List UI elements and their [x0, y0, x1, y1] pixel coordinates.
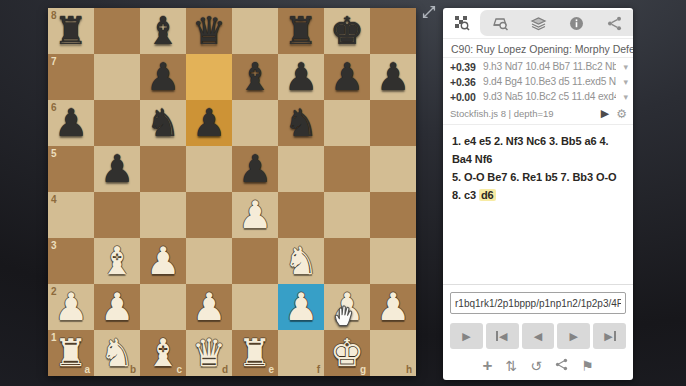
tab-share[interactable] — [595, 8, 633, 38]
white-knight[interactable]: ♞ — [94, 330, 140, 376]
square-e7[interactable]: ♝ — [232, 54, 278, 100]
file-label-h: h — [406, 364, 412, 375]
square-b7[interactable] — [94, 54, 140, 100]
eval-score: +0.36 — [450, 76, 483, 88]
square-g5[interactable] — [324, 146, 370, 192]
square-g7[interactable]: ♟ — [324, 54, 370, 100]
eval-moves: 9.d3 Na5 10.Bc2 c5 11.d4 exd4 12.c... — [483, 91, 616, 102]
panel-tab-bar — [443, 8, 633, 39]
black-bishop[interactable]: ♝ — [140, 8, 186, 54]
layers-icon — [530, 16, 547, 31]
square-h4[interactable] — [370, 192, 416, 238]
white-king[interactable]: ♚ — [324, 330, 370, 376]
rank-label-4: 4 — [51, 194, 57, 205]
rank-label-5: 5 — [51, 148, 57, 159]
square-e1[interactable]: e♜ — [232, 330, 278, 376]
white-pawn[interactable]: ♟ — [48, 284, 94, 330]
tab-game-library[interactable] — [519, 8, 557, 38]
square-d7[interactable] — [186, 54, 232, 100]
eval-moves: 9.h3 Nd7 10.d4 Bb7 11.Bc2 Nb6 12... — [483, 61, 616, 72]
black-bishop[interactable]: ♝ — [232, 54, 278, 100]
black-pawn[interactable]: ♟ — [232, 146, 278, 192]
square-d6[interactable]: ♟ — [186, 100, 232, 146]
analysis-panel: C90: Ruy Lopez Opening: Morphy Defens...… — [443, 8, 633, 380]
white-pawn[interactable]: ♟ — [370, 284, 416, 330]
white-knight[interactable]: ♞ — [278, 238, 324, 284]
square-a8[interactable]: 8♜ — [48, 8, 94, 54]
engine-line[interactable]: +0.39 9.h3 Nd7 10.d4 Bb7 11.Bc2 Nb6 12..… — [443, 59, 633, 74]
square-e6[interactable] — [232, 100, 278, 146]
previous-move-button[interactable]: ◀ — [522, 323, 555, 349]
rank-label-7: 7 — [51, 56, 57, 67]
current-move[interactable]: d6 — [479, 189, 496, 201]
chevron-down-icon[interactable]: ▾ — [616, 62, 628, 72]
square-d2[interactable]: ♟ — [186, 284, 232, 330]
white-pawn[interactable]: ♟ — [232, 192, 278, 238]
info-icon — [569, 16, 584, 31]
white-bishop[interactable]: ♝ — [94, 238, 140, 284]
white-bishop[interactable]: ♝ — [140, 330, 186, 376]
square-g6[interactable] — [324, 100, 370, 146]
eval-moves: 9.d4 Bg4 10.Be3 d5 11.exd5 Nxd5 1... — [483, 76, 616, 87]
square-d4[interactable] — [186, 192, 232, 238]
square-g3[interactable] — [324, 238, 370, 284]
square-b8[interactable] — [94, 8, 140, 54]
square-b6[interactable] — [94, 100, 140, 146]
lastmove-highlight — [186, 54, 232, 100]
engine-status-text: Stockfish.js 8 | depth=19 — [450, 108, 554, 119]
white-rook[interactable]: ♜ — [232, 330, 278, 376]
expand-board-icon[interactable] — [421, 4, 437, 20]
move-list[interactable]: 1. e4 e5 2. Nf3 Nc6 3. Bb5 a6 4. Ba4 Nf6… — [443, 125, 633, 284]
add-icon[interactable]: + — [483, 357, 493, 374]
square-h8[interactable] — [370, 8, 416, 54]
square-h1[interactable]: h — [370, 330, 416, 376]
square-h7[interactable]: ♟ — [370, 54, 416, 100]
tab-analysis-board[interactable] — [481, 8, 519, 38]
square-f6[interactable]: ♞ — [278, 100, 324, 146]
white-pawn[interactable]: ♟ — [94, 284, 140, 330]
square-b5[interactable]: ♟ — [94, 146, 140, 192]
rank-label-3: 3 — [51, 240, 57, 251]
square-d1[interactable]: d♛ — [186, 330, 232, 376]
square-f2[interactable]: ♟ — [278, 284, 324, 330]
square-e3[interactable] — [232, 238, 278, 284]
square-b1[interactable]: b♞ — [94, 330, 140, 376]
square-b4[interactable] — [94, 192, 140, 238]
square-f8[interactable]: ♜ — [278, 8, 324, 54]
black-knight[interactable]: ♞ — [140, 100, 186, 146]
engine-play-icon[interactable]: ▶ — [601, 107, 609, 120]
square-h5[interactable] — [370, 146, 416, 192]
square-c7[interactable]: ♟ — [140, 54, 186, 100]
engine-line[interactable]: +0.36 9.d4 Bg4 10.Be3 d5 11.exd5 Nxd5 1.… — [443, 74, 633, 89]
engine-status-bar: Stockfish.js 8 | depth=19 ▶ ⚙ — [443, 105, 633, 125]
black-queen[interactable]: ♛ — [186, 8, 232, 54]
black-pawn[interactable]: ♟ — [324, 54, 370, 100]
white-pawn[interactable]: ♟ — [140, 238, 186, 284]
share-icon[interactable] — [555, 358, 568, 373]
chess-board[interactable]: 8♜♝♛♜♚7♟♝♟♟♟6♟♞♟♞5♟♟4♟3♝♟♞2♟♟♟♟♟♟1a♜b♞c♝… — [48, 8, 416, 376]
square-a4[interactable]: 4 — [48, 192, 94, 238]
black-king[interactable]: ♚ — [324, 8, 370, 54]
square-c6[interactable]: ♞ — [140, 100, 186, 146]
engine-line[interactable]: +0.00 9.d3 Na5 10.Bc2 c5 11.d4 exd4 12.c… — [443, 89, 633, 104]
white-rook[interactable]: ♜ — [48, 330, 94, 376]
eval-score: +0.39 — [450, 61, 483, 73]
next-move-button[interactable]: ▶ — [557, 323, 590, 349]
last-move-button[interactable]: ▶ — [593, 323, 626, 349]
square-a2[interactable]: 2♟ — [48, 284, 94, 330]
black-pawn[interactable]: ♟ — [278, 54, 324, 100]
square-f5[interactable] — [278, 146, 324, 192]
board-search-icon — [492, 16, 509, 31]
black-pawn[interactable]: ♟ — [186, 100, 232, 146]
square-c8[interactable]: ♝ — [140, 8, 186, 54]
share-icon — [607, 16, 622, 31]
square-a3[interactable]: 3 — [48, 238, 94, 284]
navigation-buttons: ▶ ◀ ◀ ▶ ▶ — [450, 323, 626, 349]
panel-bottom-controls: ▶ ◀ ◀ ▶ ▶ + ⇅ ↺ ⚑ — [443, 284, 633, 380]
opening-name: C90: Ruy Lopez Opening: Morphy Defens... — [443, 39, 633, 58]
square-b2[interactable]: ♟ — [94, 284, 140, 330]
square-d8[interactable]: ♛ — [186, 8, 232, 54]
moves-line-2[interactable]: 5. O-O Be7 6. Re1 b5 7. Bb3 O-O 8. c3 — [452, 171, 616, 201]
square-b3[interactable]: ♝ — [94, 238, 140, 284]
eval-score: +0.00 — [450, 91, 483, 103]
undo-icon[interactable]: ↺ — [530, 359, 542, 373]
square-h6[interactable] — [370, 100, 416, 146]
square-c2[interactable] — [140, 284, 186, 330]
tab-info[interactable] — [557, 8, 595, 38]
chevron-down-icon[interactable]: ▾ — [616, 92, 628, 102]
white-queen[interactable]: ♛ — [186, 330, 232, 376]
black-pawn[interactable]: ♟ — [94, 146, 140, 192]
square-a1[interactable]: 1a♜ — [48, 330, 94, 376]
square-f4[interactable] — [278, 192, 324, 238]
square-c1[interactable]: c♝ — [140, 330, 186, 376]
autoplay-button[interactable]: ▶ — [450, 323, 483, 349]
square-e8[interactable] — [232, 8, 278, 54]
square-d5[interactable] — [186, 146, 232, 192]
moves-line-1[interactable]: 1. e4 e5 2. Nf3 Nc6 3. Bb5 a6 4. Ba4 Nf6 — [452, 135, 608, 165]
square-c3[interactable]: ♟ — [140, 238, 186, 284]
black-rook[interactable]: ♜ — [278, 8, 324, 54]
first-move-button[interactable]: ◀ — [486, 323, 519, 349]
square-g4[interactable] — [324, 192, 370, 238]
square-f3[interactable]: ♞ — [278, 238, 324, 284]
app-window: 8♜♝♛♜♚7♟♝♟♟♟6♟♞♟♞5♟♟4♟3♝♟♞2♟♟♟♟♟♟1a♜b♞c♝… — [0, 0, 686, 386]
square-a7[interactable]: 7 — [48, 54, 94, 100]
tab-openings-explorer[interactable] — [443, 8, 481, 38]
engine-lines: +0.39 9.h3 Nd7 10.d4 Bb7 11.Bc2 Nb6 12..… — [443, 58, 633, 105]
square-f1[interactable]: f — [278, 330, 324, 376]
square-g1[interactable]: g♚ — [324, 330, 370, 376]
square-c4[interactable] — [140, 192, 186, 238]
flag-icon[interactable]: ⚑ — [581, 359, 594, 373]
square-d3[interactable] — [186, 238, 232, 284]
board-tools: + ⇅ ↺ ⚑ — [450, 357, 626, 374]
square-g8[interactable]: ♚ — [324, 8, 370, 54]
square-f7[interactable]: ♟ — [278, 54, 324, 100]
square-h3[interactable] — [370, 238, 416, 284]
black-pawn[interactable]: ♟ — [48, 100, 94, 146]
fen-input[interactable] — [450, 292, 626, 314]
square-a6[interactable]: 6♟ — [48, 100, 94, 146]
square-e5[interactable]: ♟ — [232, 146, 278, 192]
black-knight[interactable]: ♞ — [278, 100, 324, 146]
flip-board-icon[interactable]: ⇅ — [505, 359, 517, 373]
square-e4[interactable]: ♟ — [232, 192, 278, 238]
black-pawn[interactable]: ♟ — [370, 54, 416, 100]
white-pawn[interactable]: ♟ — [186, 284, 232, 330]
hand-cursor-icon — [331, 302, 355, 328]
square-c5[interactable] — [140, 146, 186, 192]
square-e2[interactable] — [232, 284, 278, 330]
square-a5[interactable]: 5 — [48, 146, 94, 192]
engine-settings-gear-icon[interactable]: ⚙ — [616, 107, 627, 121]
white-pawn[interactable]: ♟ — [278, 284, 324, 330]
explorer-grid-search-icon — [454, 15, 470, 31]
square-h2[interactable]: ♟ — [370, 284, 416, 330]
chevron-down-icon[interactable]: ▾ — [616, 77, 628, 87]
black-rook[interactable]: ♜ — [48, 8, 94, 54]
black-pawn[interactable]: ♟ — [140, 54, 186, 100]
file-label-f: f — [317, 364, 320, 375]
